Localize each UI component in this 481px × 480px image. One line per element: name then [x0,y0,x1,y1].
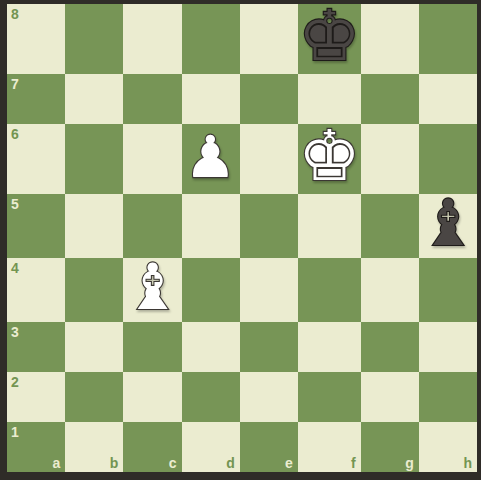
file-label-h: h [463,456,472,470]
square-g4[interactable] [361,258,419,322]
square-f1[interactable]: f [298,422,361,472]
square-b5[interactable] [65,194,123,258]
rank-label-1: 1 [11,425,19,439]
file-label-e: e [285,456,293,470]
square-e1[interactable]: e [240,422,298,472]
chess-board: 8♚76♟♚5♝4♝321abcdefgh [7,4,477,472]
square-a8[interactable]: 8 [7,4,65,74]
square-h3[interactable] [419,322,477,372]
rank-label-2: 2 [11,375,19,389]
square-f8[interactable]: ♚ [298,4,361,74]
square-f3[interactable] [298,322,361,372]
square-a6[interactable]: 6 [7,124,65,194]
square-c1[interactable]: c [123,422,181,472]
square-d7[interactable] [182,74,240,124]
piece-white-pawn-d6[interactable]: ♟ [185,128,237,186]
square-d3[interactable] [182,322,240,372]
square-c3[interactable] [123,322,181,372]
square-b7[interactable] [65,74,123,124]
file-label-c: c [169,456,177,470]
square-g3[interactable] [361,322,419,372]
square-d6[interactable]: ♟ [182,124,240,194]
square-a4[interactable]: 4 [7,258,65,322]
square-c8[interactable] [123,4,181,74]
square-e5[interactable] [240,194,298,258]
square-h4[interactable] [419,258,477,322]
square-f6[interactable]: ♚ [298,124,361,194]
square-g7[interactable] [361,74,419,124]
square-a1[interactable]: 1a [7,422,65,472]
piece-black-bishop-h5[interactable]: ♝ [419,191,476,255]
square-h8[interactable] [419,4,477,74]
square-d2[interactable] [182,372,240,422]
rank-label-3: 3 [11,325,19,339]
piece-white-bishop-c4[interactable]: ♝ [124,255,181,319]
square-h6[interactable] [419,124,477,194]
square-e2[interactable] [240,372,298,422]
square-a3[interactable]: 3 [7,322,65,372]
square-b1[interactable]: b [65,422,123,472]
square-h7[interactable] [419,74,477,124]
square-g8[interactable] [361,4,419,74]
square-e8[interactable] [240,4,298,74]
file-label-f: f [351,456,356,470]
square-e3[interactable] [240,322,298,372]
file-label-d: d [226,456,235,470]
square-b8[interactable] [65,4,123,74]
square-c7[interactable] [123,74,181,124]
square-a5[interactable]: 5 [7,194,65,258]
square-c6[interactable] [123,124,181,194]
rank-label-4: 4 [11,261,19,275]
square-b2[interactable] [65,372,123,422]
square-c5[interactable] [123,194,181,258]
square-c2[interactable] [123,372,181,422]
square-f5[interactable] [298,194,361,258]
square-b4[interactable] [65,258,123,322]
rank-label-8: 8 [11,7,19,21]
square-g6[interactable] [361,124,419,194]
square-e6[interactable] [240,124,298,194]
square-g2[interactable] [361,372,419,422]
square-d1[interactable]: d [182,422,240,472]
square-g1[interactable]: g [361,422,419,472]
file-label-g: g [405,456,414,470]
piece-white-king-f6[interactable]: ♚ [298,121,361,191]
square-e4[interactable] [240,258,298,322]
square-c4[interactable]: ♝ [123,258,181,322]
square-a2[interactable]: 2 [7,372,65,422]
square-d4[interactable] [182,258,240,322]
chess-app-window: 8♚76♟♚5♝4♝321abcdefgh [0,0,481,480]
piece-black-king-f8[interactable]: ♚ [298,1,361,71]
file-label-a: a [52,456,60,470]
file-label-b: b [110,456,119,470]
square-d8[interactable] [182,4,240,74]
square-h1[interactable]: h [419,422,477,472]
square-g5[interactable] [361,194,419,258]
square-h5[interactable]: ♝ [419,194,477,258]
rank-label-7: 7 [11,77,19,91]
square-d5[interactable] [182,194,240,258]
rank-label-6: 6 [11,127,19,141]
square-b6[interactable] [65,124,123,194]
square-e7[interactable] [240,74,298,124]
square-a7[interactable]: 7 [7,74,65,124]
rank-label-5: 5 [11,197,19,211]
square-b3[interactable] [65,322,123,372]
square-f4[interactable] [298,258,361,322]
square-f2[interactable] [298,372,361,422]
square-h2[interactable] [419,372,477,422]
